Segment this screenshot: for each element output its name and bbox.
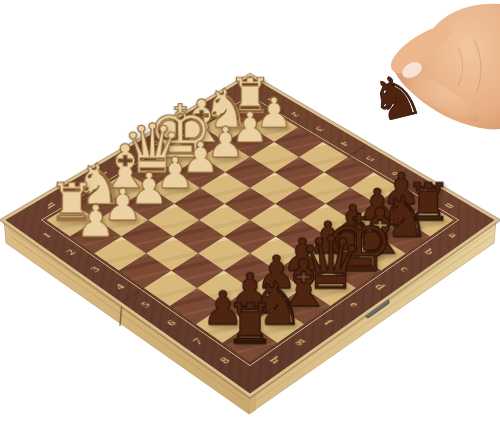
rank-label: 2 [63, 246, 79, 257]
rank-label: 3 [312, 124, 327, 133]
rank-label: 8 [217, 354, 234, 366]
file-label: c [397, 264, 412, 274]
rank-label: 4 [337, 139, 352, 148]
file-label: f [97, 169, 111, 178]
product-photo-scene: 12345678a♜♟♟♜ab♞♟♟♞bc♝♟♟♝cd♚♟♟♚de♛♟♟♛ef♝… [0, 0, 500, 421]
file-label: e [122, 154, 137, 163]
square-f4 [173, 220, 224, 253]
rank-label: 8 [441, 200, 457, 210]
rank-label: 5 [362, 154, 378, 163]
file-label: b [421, 246, 437, 257]
rank-label: 3 [87, 263, 103, 274]
file-label: d [371, 281, 388, 292]
file-label: c [173, 124, 188, 133]
index-finger [391, 25, 451, 73]
knuckle-creases [458, 40, 481, 92]
file-label: f [321, 317, 336, 327]
file-label: e [346, 299, 362, 310]
rank-label: 2 [288, 110, 303, 119]
hand-palm [395, 4, 500, 130]
square-a8: ♜ [403, 204, 454, 237]
rank-label: 1 [39, 230, 55, 240]
held-knight-piece: ♞ [362, 58, 429, 137]
rank-label: 7 [414, 185, 430, 195]
thumb [400, 69, 479, 122]
square-e3 [174, 188, 224, 220]
rank-label: 4 [112, 281, 128, 292]
rank-label: 1 [264, 96, 279, 105]
rank-label: 7 [190, 335, 207, 347]
file-label: a [221, 96, 236, 105]
fold-seam-side [120, 302, 122, 326]
file-label: g [293, 335, 310, 347]
file-label: h [266, 354, 284, 366]
chess-board: 12345678a♜♟♟♜ab♞♟♟♞bc♝♟♟♝cd♚♟♟♚de♛♟♟♛ef♝… [5, 76, 494, 393]
rank-label: 6 [163, 317, 180, 329]
rank-label: 6 [388, 169, 404, 179]
square-c5 [275, 188, 325, 220]
file-label: g [69, 185, 85, 195]
file-label: b [197, 110, 212, 119]
rank-label-bottom-1: 1 [24, 220, 70, 250]
rank-label: 5 [137, 299, 153, 310]
file-label: h [42, 200, 59, 210]
file-label: a [445, 230, 461, 240]
file-label: d [147, 139, 163, 149]
thumbnail [399, 58, 425, 82]
